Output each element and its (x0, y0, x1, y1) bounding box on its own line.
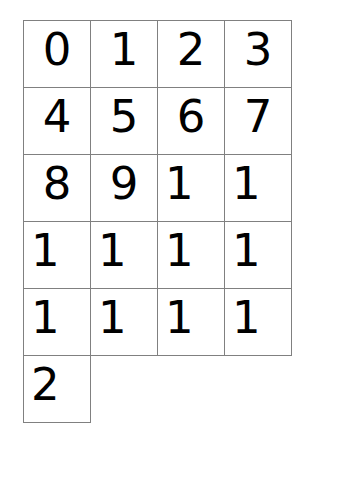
grid-cell: 6 (158, 88, 225, 155)
grid-row: 1111 (24, 289, 292, 356)
number-grid: 012345678911111111112 (23, 20, 292, 423)
grid-cell: 5 (91, 88, 158, 155)
grid-cell: 1 (225, 289, 292, 356)
grid-cell: 2 (24, 356, 91, 423)
grid-cell: 8 (24, 155, 91, 222)
grid-cell: 9 (91, 155, 158, 222)
grid-cell: 1 (24, 289, 91, 356)
grid-cell: 7 (225, 88, 292, 155)
grid-cell: 1 (91, 21, 158, 88)
grid-cell: 1 (225, 222, 292, 289)
grid-row: 8911 (24, 155, 292, 222)
grid-cell: 2 (158, 21, 225, 88)
grid-row: 4567 (24, 88, 292, 155)
grid-row: 0123 (24, 21, 292, 88)
grid-row: 2 (24, 356, 292, 423)
grid-cell: 1 (91, 222, 158, 289)
grid-cell: 1 (24, 222, 91, 289)
grid-cell: 3 (225, 21, 292, 88)
grid-cell: 4 (24, 88, 91, 155)
number-grid-body: 012345678911111111112 (24, 21, 292, 423)
grid-cell: 1 (158, 155, 225, 222)
grid-cell: 1 (91, 289, 158, 356)
grid-cell: 1 (158, 289, 225, 356)
grid-cell: 1 (158, 222, 225, 289)
grid-row: 1111 (24, 222, 292, 289)
grid-cell: 1 (225, 155, 292, 222)
grid-cell: 0 (24, 21, 91, 88)
